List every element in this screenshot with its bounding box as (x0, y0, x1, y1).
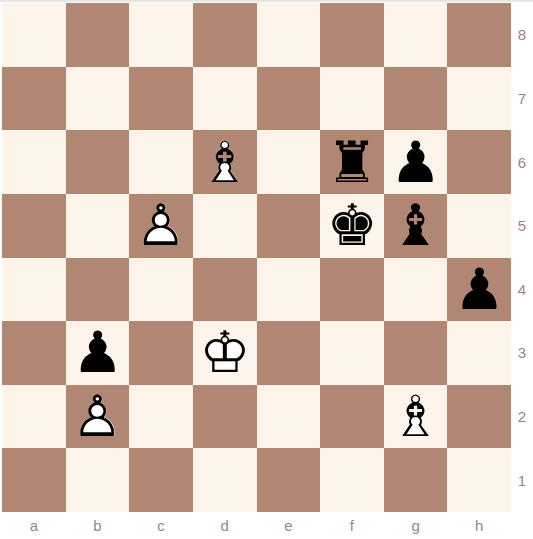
square-d6[interactable]: ♝♗ (193, 130, 257, 194)
square-h1[interactable] (447, 448, 511, 512)
square-f7[interactable] (320, 67, 384, 131)
piece-outline: ♙ (66, 385, 130, 449)
piece-white-bishop[interactable]: ♝♗ (384, 385, 448, 449)
square-b7[interactable] (66, 67, 130, 131)
piece-black-pawn[interactable]: ♟ (384, 130, 448, 194)
piece-outline: ♔ (193, 321, 257, 385)
file-label-d: d (193, 512, 257, 538)
square-g8[interactable] (384, 3, 448, 67)
square-d4[interactable] (193, 258, 257, 322)
square-e3[interactable] (257, 321, 321, 385)
square-g1[interactable] (384, 448, 448, 512)
rank-labels: 87654321 (511, 3, 533, 512)
file-label-h: h (447, 512, 511, 538)
square-d8[interactable] (193, 3, 257, 67)
file-label-g: g (384, 512, 448, 538)
square-h6[interactable] (447, 130, 511, 194)
piece-black-king[interactable]: ♚ (320, 194, 384, 258)
square-a7[interactable] (2, 67, 66, 131)
piece-black-rook[interactable]: ♜ (320, 130, 384, 194)
square-a1[interactable] (2, 448, 66, 512)
square-c3[interactable] (129, 321, 193, 385)
square-d7[interactable] (193, 67, 257, 131)
square-g4[interactable] (384, 258, 448, 322)
chessboard-app: ♝♗♜♟♟♙♚♝♟♟♚♔♟♙♝♗ 87654321 abcdefgh (0, 0, 533, 539)
piece-fill: ♚ (320, 194, 384, 258)
square-a3[interactable] (2, 321, 66, 385)
piece-white-pawn[interactable]: ♟♙ (129, 194, 193, 258)
square-c7[interactable] (129, 67, 193, 131)
square-h7[interactable] (447, 67, 511, 131)
rank-label-6: 6 (511, 130, 533, 194)
square-b8[interactable] (66, 3, 130, 67)
square-c1[interactable] (129, 448, 193, 512)
square-c6[interactable] (129, 130, 193, 194)
square-b4[interactable] (66, 258, 130, 322)
square-f3[interactable] (320, 321, 384, 385)
square-h3[interactable] (447, 321, 511, 385)
square-d2[interactable] (193, 385, 257, 449)
square-e5[interactable] (257, 194, 321, 258)
square-c5[interactable]: ♟♙ (129, 194, 193, 258)
rank-label-3: 3 (511, 321, 533, 385)
chess-board: ♝♗♜♟♟♙♚♝♟♟♚♔♟♙♝♗ (2, 3, 511, 512)
square-a4[interactable] (2, 258, 66, 322)
square-e6[interactable] (257, 130, 321, 194)
square-f8[interactable] (320, 3, 384, 67)
square-a6[interactable] (2, 130, 66, 194)
square-h2[interactable] (447, 385, 511, 449)
square-h8[interactable] (447, 3, 511, 67)
piece-black-pawn[interactable]: ♟ (447, 258, 511, 322)
rank-label-7: 7 (511, 67, 533, 131)
square-f4[interactable] (320, 258, 384, 322)
square-e7[interactable] (257, 67, 321, 131)
square-e8[interactable] (257, 3, 321, 67)
square-e4[interactable] (257, 258, 321, 322)
square-a5[interactable] (2, 194, 66, 258)
square-d1[interactable] (193, 448, 257, 512)
square-d5[interactable] (193, 194, 257, 258)
square-c4[interactable] (129, 258, 193, 322)
rank-label-5: 5 (511, 194, 533, 258)
piece-white-king[interactable]: ♚♔ (193, 321, 257, 385)
piece-white-pawn[interactable]: ♟♙ (66, 385, 130, 449)
square-d3[interactable]: ♚♔ (193, 321, 257, 385)
square-c8[interactable] (129, 3, 193, 67)
square-f2[interactable] (320, 385, 384, 449)
piece-fill: ♜ (320, 130, 384, 194)
square-h5[interactable] (447, 194, 511, 258)
square-g6[interactable]: ♟ (384, 130, 448, 194)
piece-black-pawn[interactable]: ♟ (66, 321, 130, 385)
piece-black-bishop[interactable]: ♝ (384, 194, 448, 258)
file-label-e: e (257, 512, 321, 538)
square-f1[interactable] (320, 448, 384, 512)
rank-label-8: 8 (511, 3, 533, 67)
square-g2[interactable]: ♝♗ (384, 385, 448, 449)
rank-label-1: 1 (511, 448, 533, 512)
window-top-edge (0, 0, 533, 2)
square-b1[interactable] (66, 448, 130, 512)
square-c2[interactable] (129, 385, 193, 449)
piece-outline: ♗ (193, 130, 257, 194)
piece-outline: ♗ (384, 385, 448, 449)
file-labels: abcdefgh (2, 512, 511, 538)
square-g5[interactable]: ♝ (384, 194, 448, 258)
square-f5[interactable]: ♚ (320, 194, 384, 258)
piece-fill: ♝ (384, 194, 448, 258)
square-g3[interactable] (384, 321, 448, 385)
square-a8[interactable] (2, 3, 66, 67)
piece-fill: ♟ (66, 321, 130, 385)
rank-label-2: 2 (511, 385, 533, 449)
square-b6[interactable] (66, 130, 130, 194)
square-e2[interactable] (257, 385, 321, 449)
square-b3[interactable]: ♟ (66, 321, 130, 385)
piece-fill: ♟ (447, 258, 511, 322)
square-b5[interactable] (66, 194, 130, 258)
file-label-a: a (2, 512, 66, 538)
square-b2[interactable]: ♟♙ (66, 385, 130, 449)
rank-label-4: 4 (511, 258, 533, 322)
square-f6[interactable]: ♜ (320, 130, 384, 194)
file-label-c: c (129, 512, 193, 538)
piece-white-bishop[interactable]: ♝♗ (193, 130, 257, 194)
square-e1[interactable] (257, 448, 321, 512)
file-label-f: f (320, 512, 384, 538)
piece-outline: ♙ (129, 194, 193, 258)
square-g7[interactable] (384, 67, 448, 131)
piece-fill: ♟ (384, 130, 448, 194)
square-h4[interactable]: ♟ (447, 258, 511, 322)
square-a2[interactable] (2, 385, 66, 449)
file-label-b: b (66, 512, 130, 538)
